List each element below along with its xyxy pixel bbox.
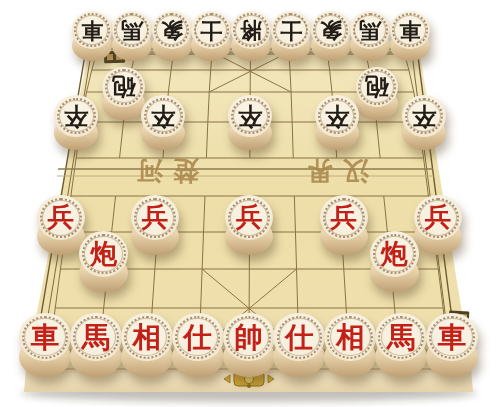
piece-character: 帥 (234, 318, 263, 357)
piece-face: 車 (72, 11, 112, 49)
piece-face: 將 (231, 11, 271, 49)
piece-red-general[interactable]: 帥 (223, 313, 275, 378)
piece-red-soldier[interactable]: 兵 (414, 195, 462, 255)
piece-face: 卒 (228, 95, 272, 136)
piece-face: 車 (19, 313, 71, 362)
piece-character: 士 (280, 15, 302, 45)
piece-character: 馬 (387, 318, 416, 357)
piece-face: 象 (152, 11, 192, 49)
piece-face: 仕 (172, 313, 224, 362)
piece-face: 兵 (37, 195, 85, 240)
piece-red-soldier[interactable]: 兵 (225, 195, 273, 255)
piece-character: 兵 (330, 200, 356, 235)
piece-character: 士 (200, 15, 222, 45)
piece-face: 相 (121, 313, 173, 362)
piece-black-soldier[interactable]: 卒 (402, 95, 446, 150)
piece-face: 卒 (141, 95, 185, 136)
piece-face: 馬 (350, 11, 390, 49)
piece-character: 兵 (142, 200, 168, 235)
pieces-layer: 車馬象士將士象馬車砲砲卒卒卒卒卒兵兵兵兵兵炮炮車馬相仕帥仕相馬車 (0, 0, 500, 407)
piece-character: 馬 (359, 15, 381, 45)
piece-character: 砲 (112, 71, 136, 103)
piece-face: 卒 (315, 95, 359, 136)
piece-character: 兵 (236, 200, 262, 235)
piece-black-advisor[interactable]: 士 (271, 11, 311, 61)
piece-character: 車 (81, 15, 103, 45)
piece-character: 卒 (238, 100, 262, 132)
piece-face: 士 (191, 11, 231, 49)
piece-black-elephant[interactable]: 象 (311, 11, 351, 61)
piece-black-elephant[interactable]: 象 (152, 11, 192, 61)
piece-character: 卒 (412, 100, 436, 132)
xiangqi-set-photo: 楚河 汉界 車馬象士將士象馬車砲砲卒卒卒卒卒兵兵兵兵兵炮炮車馬相仕帥仕相馬車 (0, 0, 500, 407)
piece-red-advisor[interactable]: 仕 (273, 313, 325, 378)
piece-face: 馬 (112, 11, 152, 49)
piece-character: 象 (320, 15, 342, 45)
piece-character: 炮 (381, 236, 408, 272)
piece-character: 馬 (121, 15, 143, 45)
piece-red-horse[interactable]: 馬 (70, 313, 122, 378)
piece-face: 砲 (102, 67, 145, 107)
piece-red-elephant[interactable]: 相 (121, 313, 173, 378)
piece-character: 兵 (425, 200, 451, 235)
piece-face: 卒 (402, 95, 446, 136)
piece-red-chariot[interactable]: 車 (426, 313, 478, 378)
piece-character: 象 (161, 15, 183, 45)
piece-face: 士 (271, 11, 311, 49)
piece-character: 卒 (325, 100, 349, 132)
piece-red-soldier[interactable]: 兵 (37, 195, 85, 255)
piece-character: 相 (336, 318, 365, 357)
piece-face: 兵 (320, 195, 368, 240)
piece-character: 炮 (90, 236, 117, 272)
piece-black-soldier[interactable]: 卒 (228, 95, 272, 150)
piece-character: 仕 (285, 318, 314, 357)
piece-character: 將 (240, 15, 262, 45)
piece-red-soldier[interactable]: 兵 (131, 195, 179, 255)
piece-face: 車 (426, 313, 478, 362)
piece-red-horse[interactable]: 馬 (375, 313, 427, 378)
piece-character: 卒 (64, 100, 88, 132)
piece-character: 馬 (82, 318, 111, 357)
piece-character: 車 (438, 318, 467, 357)
piece-face: 帥 (223, 313, 275, 362)
piece-face: 馬 (70, 313, 122, 362)
piece-black-cannon[interactable]: 砲 (102, 67, 145, 120)
piece-face: 車 (390, 11, 430, 49)
piece-red-elephant[interactable]: 相 (324, 313, 376, 378)
piece-black-cannon[interactable]: 砲 (356, 67, 399, 120)
piece-face: 炮 (370, 231, 419, 277)
piece-face: 砲 (356, 67, 399, 107)
piece-character: 砲 (365, 71, 389, 103)
piece-character: 卒 (151, 100, 175, 132)
piece-red-soldier[interactable]: 兵 (320, 195, 368, 255)
piece-character: 仕 (183, 318, 212, 357)
piece-black-advisor[interactable]: 士 (191, 11, 231, 61)
piece-character: 相 (133, 318, 162, 357)
piece-character: 車 (399, 15, 421, 45)
piece-character: 車 (31, 318, 60, 357)
piece-red-cannon[interactable]: 炮 (79, 231, 128, 292)
piece-red-advisor[interactable]: 仕 (172, 313, 224, 378)
piece-black-chariot[interactable]: 車 (390, 11, 430, 61)
piece-black-soldier[interactable]: 卒 (54, 95, 98, 150)
piece-face: 卒 (54, 95, 98, 136)
piece-red-cannon[interactable]: 炮 (370, 231, 419, 292)
piece-face: 馬 (375, 313, 427, 362)
piece-black-soldier[interactable]: 卒 (315, 95, 359, 150)
piece-black-soldier[interactable]: 卒 (141, 95, 185, 150)
piece-black-horse[interactable]: 馬 (350, 11, 390, 61)
piece-face: 象 (311, 11, 351, 49)
piece-black-horse[interactable]: 馬 (112, 11, 152, 61)
piece-black-general[interactable]: 將 (231, 11, 271, 61)
piece-red-chariot[interactable]: 車 (19, 313, 71, 378)
piece-black-chariot[interactable]: 車 (72, 11, 112, 61)
piece-character: 兵 (47, 200, 73, 235)
